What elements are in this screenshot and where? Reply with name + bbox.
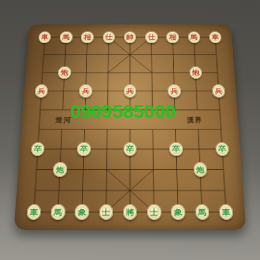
piece-red-advisor[interactable]: 仕 [102,31,115,43]
piece-red-chariot[interactable]: 車 [209,31,222,43]
piece-red-elephant[interactable]: 相 [81,31,94,43]
piece-red-cannon[interactable]: 炮 [189,66,202,79]
piece-green-horse[interactable]: 馬 [195,204,210,220]
pieces-layer: 車馬相仕帥仕相馬車炮炮兵兵兵兵兵卒卒卒卒卒炮炮車馬象士將士象馬車 [14,24,246,230]
piece-green-cannon[interactable]: 炮 [193,162,207,177]
piece-green-chariot[interactable]: 車 [219,204,234,220]
piece-red-soldier[interactable]: 兵 [212,84,226,97]
piece-green-soldier[interactable]: 卒 [77,142,91,156]
piece-green-horse[interactable]: 馬 [51,204,66,220]
board-perspective-wrap: 楚河 漢界 車馬相仕帥仕相馬車炮炮兵兵兵兵兵卒卒卒卒卒炮炮車馬象士將士象馬車 [14,24,246,230]
piece-green-chariot[interactable]: 車 [26,204,41,220]
piece-red-chariot[interactable]: 車 [38,31,51,43]
piece-red-general[interactable]: 帥 [124,31,137,43]
piece-red-elephant[interactable]: 相 [166,31,179,43]
piece-green-soldier[interactable]: 卒 [169,142,183,156]
piece-red-soldier[interactable]: 兵 [79,84,92,97]
piece-green-cannon[interactable]: 炮 [53,162,67,177]
piece-red-advisor[interactable]: 仕 [145,31,158,43]
piece-green-advisor[interactable]: 士 [147,204,161,220]
watermark-phone-number: 0909585000 [67,102,179,122]
piece-red-soldier[interactable]: 兵 [124,84,137,97]
photo-background: 楚河 漢界 車馬相仕帥仕相馬車炮炮兵兵兵兵兵卒卒卒卒卒炮炮車馬象士將士象馬車 0… [0,0,260,260]
piece-red-horse[interactable]: 馬 [187,31,200,43]
piece-green-elephant[interactable]: 象 [171,204,186,220]
piece-green-soldier[interactable]: 卒 [31,142,45,156]
piece-red-horse[interactable]: 馬 [60,31,73,43]
piece-red-soldier[interactable]: 兵 [168,84,181,97]
piece-green-general[interactable]: 將 [123,204,137,220]
piece-red-cannon[interactable]: 炮 [58,66,71,79]
piece-green-soldier[interactable]: 卒 [123,142,137,156]
piece-green-advisor[interactable]: 士 [99,204,113,220]
piece-green-soldier[interactable]: 卒 [215,142,229,156]
piece-green-elephant[interactable]: 象 [75,204,90,220]
piece-red-soldier[interactable]: 兵 [34,84,48,97]
